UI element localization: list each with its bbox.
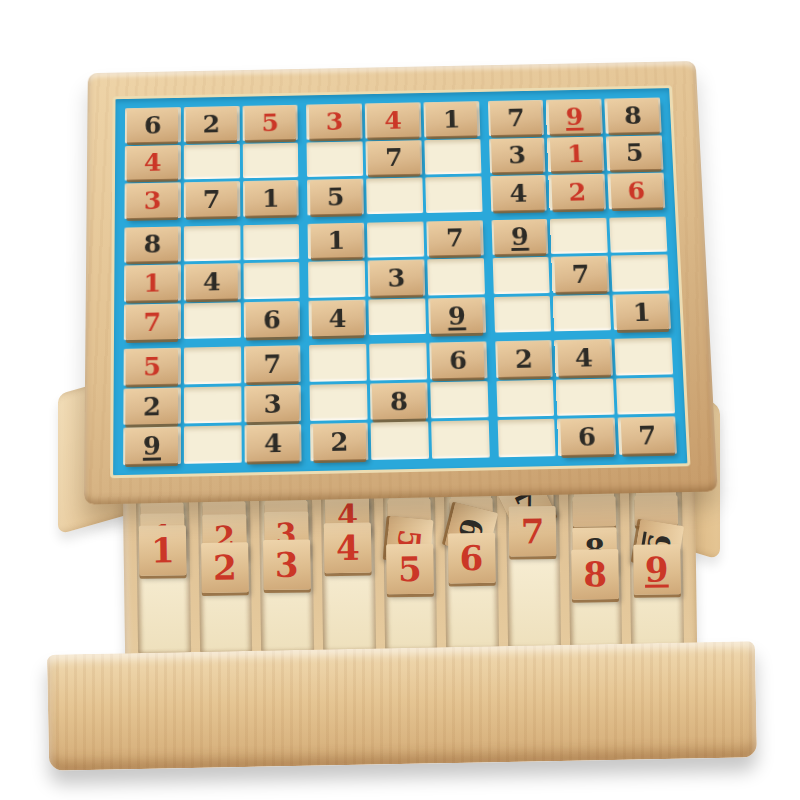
cell-r5c9[interactable] [611,255,669,292]
drawer-slot-6[interactable]: 66 [444,491,499,650]
cell-r3c9[interactable]: 6 [608,173,666,209]
tile-number: 5 [625,139,644,167]
board-tile-7[interactable]: 7 [368,141,420,176]
tile-number: 2 [330,427,348,457]
board-tile-1[interactable]: 1 [550,137,603,172]
cell-r6c2[interactable] [184,302,241,339]
cell-r7c4[interactable] [309,344,367,382]
tile-number: 6 [263,305,281,334]
cell-r9c2[interactable] [184,426,242,464]
cell-r5c8[interactable]: 7 [552,256,610,293]
cell-r8c1[interactable]: 2 [123,387,180,425]
cell-r6c3[interactable]: 6 [243,301,300,338]
tile-number: 2 [143,391,161,421]
board-tile-2[interactable]: 2 [313,424,366,461]
cell-r5c1[interactable]: 1 [124,265,181,302]
board-tile-1[interactable]: 1 [245,181,297,216]
tile-number: 1 [327,226,345,255]
cell-r8c7[interactable] [496,380,554,418]
board-tile-2[interactable]: 2 [497,341,551,377]
board-tile-8[interactable]: 8 [372,383,425,419]
cell-r4c6[interactable]: 7 [426,220,483,257]
cell-r8c6[interactable] [430,381,488,419]
tile-number: 4 [574,343,593,372]
tile-number: 1 [443,105,461,133]
drawer-tile-5[interactable]: 5 [386,544,434,595]
cell-r4c9[interactable] [609,216,667,253]
cell-r2c6[interactable] [424,139,481,175]
tile-number: 8 [624,101,643,129]
board-tile-3[interactable]: 3 [127,183,179,218]
drawer-tile-1[interactable]: 1 [139,525,187,576]
tile-number: 3 [387,264,405,293]
cell-r8c8[interactable] [556,378,615,416]
tile-number: 4 [328,303,346,332]
tile-number: 9 [645,549,669,589]
board-tile-7[interactable]: 7 [246,346,299,382]
cell-r9c4[interactable]: 2 [310,423,368,461]
cell-r1c4[interactable]: 3 [306,103,362,139]
block-grid: 6254371341757983154268147617349971572394… [123,97,677,465]
cell-r6c9[interactable]: 1 [613,293,671,330]
tile-number: 9 [511,223,530,252]
cell-r7c6[interactable]: 6 [429,342,487,380]
cell-r2c3[interactable] [242,142,298,178]
cell-r2c7[interactable]: 3 [489,137,546,173]
cell-r7c9[interactable] [615,338,674,376]
board-blue-panel: 6254371341757983154268147617349971572394… [110,85,690,478]
block-3-2: 682 [309,342,489,461]
board-tile-3[interactable]: 3 [246,386,299,422]
tile-number: 4 [509,179,527,207]
drawer-tile-7[interactable]: 7 [509,506,557,557]
tile-number: 5 [261,109,279,137]
cell-r5c2[interactable]: 4 [184,263,241,300]
board-tile-4[interactable]: 4 [311,300,364,336]
cell-r6c6[interactable]: 9 [428,297,486,334]
drawer-tile-blank[interactable] [572,496,615,527]
cell-r6c4[interactable]: 4 [309,299,366,336]
drawer-slot-4[interactable]: 44 [321,493,376,652]
board-tile-4[interactable]: 4 [557,340,611,376]
tile-number: 7 [143,307,161,336]
block-3-1: 572394 [123,346,302,466]
board-tile-7[interactable]: 7 [428,221,481,256]
tile-number: 6 [449,346,468,375]
scene: 112233445566778899 625437134175798315426… [0,0,800,800]
cell-r4c2[interactable] [184,225,240,262]
board-tile-6[interactable]: 6 [127,108,178,142]
cell-r9c6[interactable] [431,421,489,459]
tile-number: 6 [577,422,596,452]
cell-r6c1[interactable]: 7 [124,303,181,340]
board-tile-6[interactable]: 6 [560,419,614,456]
cell-r3c8[interactable]: 2 [549,174,606,210]
drawer-slot-1[interactable]: 11 [136,495,191,654]
tile-number: 1 [262,184,280,212]
block-2-2: 17349 [308,220,486,337]
cell-r1c3[interactable]: 5 [242,105,298,141]
drawer-tile-9[interactable]: 9 [633,544,681,595]
cell-r4c3[interactable] [243,224,300,261]
cell-r1c1[interactable]: 6 [125,107,181,143]
cell-r8c4[interactable] [310,383,368,421]
tile-number: 1 [632,297,651,326]
sudoku-board: 6254371341757983154268147617349971572394… [84,61,718,505]
cell-r1c5[interactable]: 4 [365,102,421,138]
board-tile-2[interactable]: 2 [186,107,237,141]
tile-number: 3 [144,186,162,215]
drawer-slots: 112233445566778899 [136,488,684,654]
tile-number: 7 [638,421,657,451]
tile-number: 6 [144,111,162,139]
board-tile-6[interactable]: 6 [431,342,484,378]
board-tile-6[interactable]: 6 [246,302,299,338]
tile-number: 5 [143,352,161,381]
tile-number: 7 [203,185,221,214]
drawer-slot-5[interactable]: 55 [383,492,438,651]
tile-number: 9 [143,431,161,461]
cell-r2c2[interactable] [184,143,240,179]
cell-r9c9[interactable]: 7 [618,417,677,455]
tile-number: 6 [627,177,646,205]
board-tile-7[interactable]: 7 [186,182,238,217]
board-tile-7[interactable]: 7 [554,257,607,292]
tile-number: 3 [508,141,526,169]
tile-number: 7 [507,104,525,132]
board-tile-1[interactable]: 1 [426,102,478,136]
tile-number: 7 [446,224,464,253]
cell-r7c1[interactable]: 5 [124,348,181,386]
board-tile-1[interactable]: 1 [126,265,178,300]
tile-number: 3 [274,545,298,585]
tile-number: 3 [263,389,281,419]
drawer-slot-2[interactable]: 22 [198,494,253,653]
tile-number: 2 [213,547,237,587]
drawer-tile-8[interactable]: 8 [571,549,619,600]
board-tile-2[interactable]: 2 [551,175,604,210]
cell-r3c7[interactable]: 4 [490,175,547,211]
tile-number: 7 [571,260,590,289]
cell-r3c2[interactable]: 7 [184,181,240,217]
cell-r9c5[interactable] [371,422,429,460]
cell-r8c2[interactable] [184,386,241,424]
drawer-slot-3[interactable]: 33 [259,493,314,652]
board-tile-4[interactable]: 4 [492,176,545,211]
tile-number: 9 [565,103,584,131]
tile-number: 7 [385,144,403,172]
drawer-slot-7[interactable]: 77 [506,490,561,649]
board-tile-5[interactable]: 5 [608,136,661,171]
tile-number: 1 [567,140,586,168]
cell-r3c3[interactable]: 1 [243,180,299,216]
tile-number: 2 [568,178,587,206]
cell-r4c8[interactable] [550,217,608,254]
cell-r8c5[interactable]: 8 [370,382,428,420]
drawer-tile-6[interactable]: 6 [448,533,496,584]
cell-r3c4[interactable]: 5 [307,179,364,215]
tile-number: 4 [203,267,221,296]
block-1-2: 34175 [306,101,482,215]
cell-r4c4[interactable]: 1 [308,222,365,259]
cell-r2c5[interactable]: 7 [366,140,423,176]
board-tile-4[interactable]: 4 [127,145,179,180]
cell-r3c5[interactable] [366,178,423,214]
board-tile-7[interactable]: 7 [490,101,542,135]
board-tile-9[interactable]: 9 [430,298,483,334]
board-tile-9[interactable]: 9 [493,219,546,254]
block-2-1: 81476 [124,224,301,341]
tile-number: 2 [203,110,221,138]
cell-r6c5[interactable] [368,298,426,335]
cell-r3c6[interactable] [425,176,482,212]
board-tile-6[interactable]: 6 [610,173,663,208]
cell-r8c3[interactable]: 3 [244,385,302,423]
tile-number: 6 [459,538,483,578]
block-2-3: 971 [491,216,671,333]
cell-r5c6[interactable] [427,258,485,295]
tile-number: 3 [326,107,344,135]
cell-r9c8[interactable]: 6 [558,418,617,456]
block-1-1: 6254371 [124,105,299,219]
tile-number: 7 [521,511,545,551]
board-tile-3[interactable]: 3 [309,104,361,138]
cell-r7c8[interactable]: 4 [555,339,613,377]
board-tile-5[interactable]: 5 [244,105,296,139]
cell-r1c8[interactable]: 9 [546,99,603,135]
cell-r9c7[interactable] [497,419,556,457]
cell-r4c1[interactable]: 8 [124,226,180,263]
tile-number: 8 [390,386,409,416]
cell-r2c9[interactable]: 5 [606,135,663,171]
cell-r2c8[interactable]: 1 [547,136,604,172]
board-tile-4[interactable]: 4 [367,103,419,137]
drawer-slot-8[interactable]: 88 [568,489,623,648]
cell-r7c7[interactable]: 2 [495,340,553,378]
board-tile-9[interactable]: 9 [548,99,600,133]
cell-r5c7[interactable] [492,257,550,294]
board-tile-4[interactable]: 4 [186,264,238,299]
cell-r9c3[interactable]: 4 [244,424,302,462]
cell-r5c3[interactable] [243,262,300,299]
tile-number: 2 [515,344,534,373]
board-tile-9[interactable]: 9 [125,428,178,465]
tile-number: 8 [583,554,607,594]
board-tile-5[interactable]: 5 [126,349,179,385]
tile-number: 4 [336,528,360,568]
cell-r7c3[interactable]: 7 [244,346,301,384]
cell-r8c9[interactable] [616,377,675,415]
drawer-slot-9[interactable]: 99 [629,488,684,647]
tile-number: 9 [448,301,467,330]
board-tile-8[interactable]: 8 [607,98,660,132]
tile-number: 4 [264,429,282,459]
cell-r6c8[interactable] [553,294,611,331]
board-tile-2[interactable]: 2 [126,388,179,424]
cell-r2c1[interactable]: 4 [125,145,181,181]
cell-r5c4[interactable] [308,261,365,298]
cell-r4c7[interactable]: 9 [491,219,548,256]
tile-number: 8 [144,230,162,259]
drawer-tile-4[interactable]: 4 [324,523,372,574]
board-tile-4[interactable]: 4 [246,425,299,462]
board-tile-7[interactable]: 7 [126,304,178,340]
block-3-3: 2467 [495,338,677,457]
board-tile-1[interactable]: 1 [310,223,362,258]
cell-r1c7[interactable]: 7 [488,100,545,136]
board-tile-3[interactable]: 3 [370,260,423,295]
board-tile-8[interactable]: 8 [126,227,178,262]
board-tile-5[interactable]: 5 [310,179,362,214]
cell-r7c5[interactable] [369,343,427,381]
board-tile-7[interactable]: 7 [620,417,674,453]
cell-r5c5[interactable]: 3 [368,260,425,297]
cell-r9c1[interactable]: 9 [123,427,181,465]
tile-number: 1 [151,530,175,570]
tile-number: 1 [143,268,161,297]
cell-r1c9[interactable]: 8 [604,97,661,133]
tile-number: 4 [144,148,162,176]
drawer-tile-2[interactable]: 2 [201,542,249,593]
board-tile-3[interactable]: 3 [491,138,543,173]
cell-r1c2[interactable]: 2 [184,106,240,142]
cell-r4c5[interactable] [367,221,424,258]
drawer-tile-3[interactable]: 3 [263,539,311,590]
drawer-front-handle[interactable] [47,641,757,771]
tile-number: 4 [384,106,402,134]
board-tile-1[interactable]: 1 [615,294,669,330]
tile-number: 5 [398,549,422,589]
cell-r7c2[interactable] [184,347,241,385]
tile-number: 5 [327,183,345,211]
block-1-3: 798315426 [488,97,666,211]
cell-r1c6[interactable]: 1 [423,101,480,137]
cell-r3c1[interactable]: 3 [124,182,180,218]
cell-r6c7[interactable] [494,296,552,333]
tile-number: 7 [263,350,281,379]
cell-r2c4[interactable] [307,141,363,177]
